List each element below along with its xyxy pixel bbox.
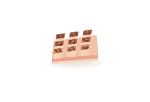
pin-top-light-speckle: [58, 42, 60, 44]
pin-top-speckle: [69, 40, 72, 42]
pin-top-light-speckle: [86, 31, 88, 33]
pin-top-speckle: [75, 33, 78, 35]
pin-top-light-speckle: [85, 39, 87, 41]
pin-top-light-speckle: [70, 48, 72, 50]
pin-top-speckle: [84, 33, 87, 35]
pin-top-speckle: [69, 42, 72, 44]
pin-top-speckle: [68, 49, 71, 51]
heatsink-photo: [0, 0, 150, 102]
pin-top-light-speckle: [73, 33, 75, 35]
product-photo-svg: [0, 0, 150, 102]
pin-top-speckle: [87, 33, 90, 35]
pin-top-speckle: [85, 47, 88, 49]
pin-top-light-speckle: [57, 50, 59, 52]
pin-top-speckle: [72, 48, 75, 50]
pin-top-speckle: [61, 35, 64, 37]
pin-top-speckle: [72, 42, 75, 44]
pin-top-speckle: [59, 44, 62, 46]
pin-top-light-speckle: [72, 41, 74, 43]
pin-top-speckle: [59, 50, 62, 52]
pin-top-speckle: [55, 42, 58, 44]
heatsink-pin-r2c2: [80, 44, 89, 55]
pin-top-speckle: [70, 35, 73, 37]
pin-top-light-speckle: [84, 46, 86, 48]
heatsink-pin-r2c1: [67, 46, 76, 57]
pin-top-speckle: [56, 44, 59, 46]
heatsink-pin-r2c0: [53, 48, 62, 59]
pin-top-speckle: [81, 47, 84, 49]
pin-top-light-speckle: [59, 35, 61, 37]
